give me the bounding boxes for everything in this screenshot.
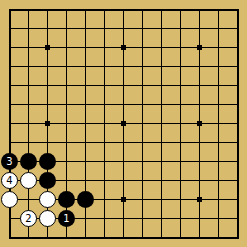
intersection-N10[interactable] [228, 57, 247, 76]
intersection-G12[interactable] [114, 19, 133, 38]
intersection-J10[interactable] [152, 57, 171, 76]
intersection-H10[interactable] [133, 57, 152, 76]
intersection-E1[interactable] [76, 228, 95, 247]
intersection-H11[interactable] [133, 38, 152, 57]
intersection-A4[interactable]: 4 [0, 171, 19, 190]
intersection-M12[interactable] [209, 19, 228, 38]
intersection-N11[interactable] [228, 38, 247, 57]
intersection-C9[interactable] [38, 76, 57, 95]
intersection-K2[interactable] [171, 209, 190, 228]
intersection-F8[interactable] [95, 95, 114, 114]
intersection-H6[interactable] [133, 133, 152, 152]
intersection-M9[interactable] [209, 76, 228, 95]
intersection-L11[interactable] [190, 38, 209, 57]
intersection-F5[interactable] [95, 152, 114, 171]
intersection-N4[interactable] [228, 171, 247, 190]
stone-black: 1 [58, 210, 75, 227]
intersection-F13[interactable] [95, 0, 114, 19]
intersection-D4[interactable] [57, 171, 76, 190]
intersection-G13[interactable] [114, 0, 133, 19]
star-point [121, 197, 126, 202]
intersection-E8[interactable] [76, 95, 95, 114]
intersection-J3[interactable] [152, 190, 171, 209]
intersection-N2[interactable] [228, 209, 247, 228]
intersection-K10[interactable] [171, 57, 190, 76]
intersection-M4[interactable] [209, 171, 228, 190]
intersection-A5[interactable]: 3 [0, 152, 19, 171]
intersection-L13[interactable] [190, 0, 209, 19]
star-point [197, 197, 202, 202]
star-point [45, 45, 50, 50]
intersection-B6[interactable] [19, 133, 38, 152]
intersection-G11[interactable] [114, 38, 133, 57]
intersection-N8[interactable] [228, 95, 247, 114]
intersection-A10[interactable] [0, 57, 19, 76]
intersection-G5[interactable] [114, 152, 133, 171]
star-point [121, 45, 126, 50]
intersection-D9[interactable] [57, 76, 76, 95]
intersection-J9[interactable] [152, 76, 171, 95]
intersection-N5[interactable] [228, 152, 247, 171]
intersection-E6[interactable] [76, 133, 95, 152]
intersection-B2[interactable]: 2 [19, 209, 38, 228]
intersection-M1[interactable] [209, 228, 228, 247]
intersection-B3[interactable] [19, 190, 38, 209]
intersection-N3[interactable] [228, 190, 247, 209]
intersection-G8[interactable] [114, 95, 133, 114]
intersection-D11[interactable] [57, 38, 76, 57]
intersection-J6[interactable] [152, 133, 171, 152]
intersection-K7[interactable] [171, 114, 190, 133]
intersection-C10[interactable] [38, 57, 57, 76]
intersection-J8[interactable] [152, 95, 171, 114]
intersection-C4[interactable] [38, 171, 57, 190]
intersection-E5[interactable] [76, 152, 95, 171]
intersection-B13[interactable] [19, 0, 38, 19]
stone-white: 2 [20, 210, 37, 227]
intersection-H13[interactable] [133, 0, 152, 19]
intersection-G1[interactable] [114, 228, 133, 247]
intersection-J5[interactable] [152, 152, 171, 171]
intersection-H9[interactable] [133, 76, 152, 95]
intersection-L7[interactable] [190, 114, 209, 133]
intersection-A2[interactable] [0, 209, 19, 228]
intersection-K4[interactable] [171, 171, 190, 190]
stone-white [39, 210, 56, 227]
intersection-B10[interactable] [19, 57, 38, 76]
intersection-N7[interactable] [228, 114, 247, 133]
intersection-A6[interactable] [0, 133, 19, 152]
intersection-H3[interactable] [133, 190, 152, 209]
intersection-G9[interactable] [114, 76, 133, 95]
intersection-E13[interactable] [76, 0, 95, 19]
intersection-D10[interactable] [57, 57, 76, 76]
board-grid: 3421 [0, 0, 247, 247]
intersection-N13[interactable] [228, 0, 247, 19]
intersection-M5[interactable] [209, 152, 228, 171]
intersection-N6[interactable] [228, 133, 247, 152]
intersection-E4[interactable] [76, 171, 95, 190]
intersection-B11[interactable] [19, 38, 38, 57]
intersection-C3[interactable] [38, 190, 57, 209]
intersection-B12[interactable] [19, 19, 38, 38]
intersection-C1[interactable] [38, 228, 57, 247]
intersection-A1[interactable] [0, 228, 19, 247]
intersection-A11[interactable] [0, 38, 19, 57]
intersection-G2[interactable] [114, 209, 133, 228]
intersection-G7[interactable] [114, 114, 133, 133]
move-number-label: 2 [25, 214, 31, 224]
stone-black [58, 191, 75, 208]
intersection-J1[interactable] [152, 228, 171, 247]
move-number-label: 4 [6, 176, 12, 186]
intersection-F4[interactable] [95, 171, 114, 190]
intersection-M2[interactable] [209, 209, 228, 228]
stone-black [77, 191, 94, 208]
intersection-M3[interactable] [209, 190, 228, 209]
intersection-C2[interactable] [38, 209, 57, 228]
intersection-L2[interactable] [190, 209, 209, 228]
intersection-N12[interactable] [228, 19, 247, 38]
intersection-H2[interactable] [133, 209, 152, 228]
intersection-L6[interactable] [190, 133, 209, 152]
intersection-H1[interactable] [133, 228, 152, 247]
intersection-N1[interactable] [228, 228, 247, 247]
intersection-C13[interactable] [38, 0, 57, 19]
intersection-A7[interactable] [0, 114, 19, 133]
intersection-B4[interactable] [19, 171, 38, 190]
intersection-G4[interactable] [114, 171, 133, 190]
intersection-E9[interactable] [76, 76, 95, 95]
intersection-C6[interactable] [38, 133, 57, 152]
intersection-B9[interactable] [19, 76, 38, 95]
intersection-E11[interactable] [76, 38, 95, 57]
intersection-B5[interactable] [19, 152, 38, 171]
intersection-M8[interactable] [209, 95, 228, 114]
star-point [197, 121, 202, 126]
intersection-B8[interactable] [19, 95, 38, 114]
intersection-A9[interactable] [0, 76, 19, 95]
intersection-L3[interactable] [190, 190, 209, 209]
intersection-E2[interactable] [76, 209, 95, 228]
intersection-D12[interactable] [57, 19, 76, 38]
intersection-L10[interactable] [190, 57, 209, 76]
intersection-K13[interactable] [171, 0, 190, 19]
stone-white [39, 191, 56, 208]
intersection-C8[interactable] [38, 95, 57, 114]
star-point [121, 121, 126, 126]
intersection-J12[interactable] [152, 19, 171, 38]
intersection-B1[interactable] [19, 228, 38, 247]
intersection-M6[interactable] [209, 133, 228, 152]
move-number-label: 1 [63, 214, 69, 224]
intersection-G6[interactable] [114, 133, 133, 152]
intersection-D1[interactable] [57, 228, 76, 247]
intersection-J13[interactable] [152, 0, 171, 19]
intersection-L8[interactable] [190, 95, 209, 114]
intersection-K11[interactable] [171, 38, 190, 57]
stone-white: 4 [1, 172, 18, 189]
intersection-D5[interactable] [57, 152, 76, 171]
intersection-B7[interactable] [19, 114, 38, 133]
stone-black [39, 172, 56, 189]
intersection-L9[interactable] [190, 76, 209, 95]
intersection-F2[interactable] [95, 209, 114, 228]
intersection-F9[interactable] [95, 76, 114, 95]
intersection-K1[interactable] [171, 228, 190, 247]
intersection-H7[interactable] [133, 114, 152, 133]
intersection-D6[interactable] [57, 133, 76, 152]
intersection-A13[interactable] [0, 0, 19, 19]
intersection-L1[interactable] [190, 228, 209, 247]
stone-black [39, 153, 56, 170]
intersection-F3[interactable] [95, 190, 114, 209]
intersection-E7[interactable] [76, 114, 95, 133]
intersection-K3[interactable] [171, 190, 190, 209]
intersection-K8[interactable] [171, 95, 190, 114]
intersection-K12[interactable] [171, 19, 190, 38]
intersection-F7[interactable] [95, 114, 114, 133]
intersection-L5[interactable] [190, 152, 209, 171]
intersection-C12[interactable] [38, 19, 57, 38]
intersection-K6[interactable] [171, 133, 190, 152]
intersection-J4[interactable] [152, 171, 171, 190]
intersection-H5[interactable] [133, 152, 152, 171]
intersection-E12[interactable] [76, 19, 95, 38]
intersection-A3[interactable] [0, 190, 19, 209]
intersection-F11[interactable] [95, 38, 114, 57]
intersection-G3[interactable] [114, 190, 133, 209]
intersection-M11[interactable] [209, 38, 228, 57]
star-point [45, 121, 50, 126]
intersection-J2[interactable] [152, 209, 171, 228]
intersection-H4[interactable] [133, 171, 152, 190]
stone-black [20, 153, 37, 170]
intersection-C11[interactable] [38, 38, 57, 57]
intersection-M10[interactable] [209, 57, 228, 76]
intersection-F10[interactable] [95, 57, 114, 76]
intersection-H12[interactable] [133, 19, 152, 38]
intersection-N9[interactable] [228, 76, 247, 95]
intersection-L4[interactable] [190, 171, 209, 190]
intersection-E10[interactable] [76, 57, 95, 76]
intersection-D7[interactable] [57, 114, 76, 133]
move-number-label: 3 [6, 157, 12, 167]
intersection-L12[interactable] [190, 19, 209, 38]
intersection-F6[interactable] [95, 133, 114, 152]
intersection-C5[interactable] [38, 152, 57, 171]
intersection-C7[interactable] [38, 114, 57, 133]
stone-white [20, 172, 37, 189]
intersection-A12[interactable] [0, 19, 19, 38]
intersection-K9[interactable] [171, 76, 190, 95]
intersection-F12[interactable] [95, 19, 114, 38]
intersection-G10[interactable] [114, 57, 133, 76]
intersection-H8[interactable] [133, 95, 152, 114]
intersection-A8[interactable] [0, 95, 19, 114]
intersection-J7[interactable] [152, 114, 171, 133]
intersection-M7[interactable] [209, 114, 228, 133]
stone-black: 3 [1, 153, 18, 170]
intersection-K5[interactable] [171, 152, 190, 171]
intersection-D13[interactable] [57, 0, 76, 19]
star-point [197, 45, 202, 50]
intersection-D3[interactable] [57, 190, 76, 209]
intersection-E3[interactable] [76, 190, 95, 209]
intersection-J11[interactable] [152, 38, 171, 57]
intersection-D2[interactable]: 1 [57, 209, 76, 228]
stone-white [1, 191, 18, 208]
go-board: 3421 [0, 0, 247, 247]
intersection-M13[interactable] [209, 0, 228, 19]
intersection-F1[interactable] [95, 228, 114, 247]
intersection-D8[interactable] [57, 95, 76, 114]
